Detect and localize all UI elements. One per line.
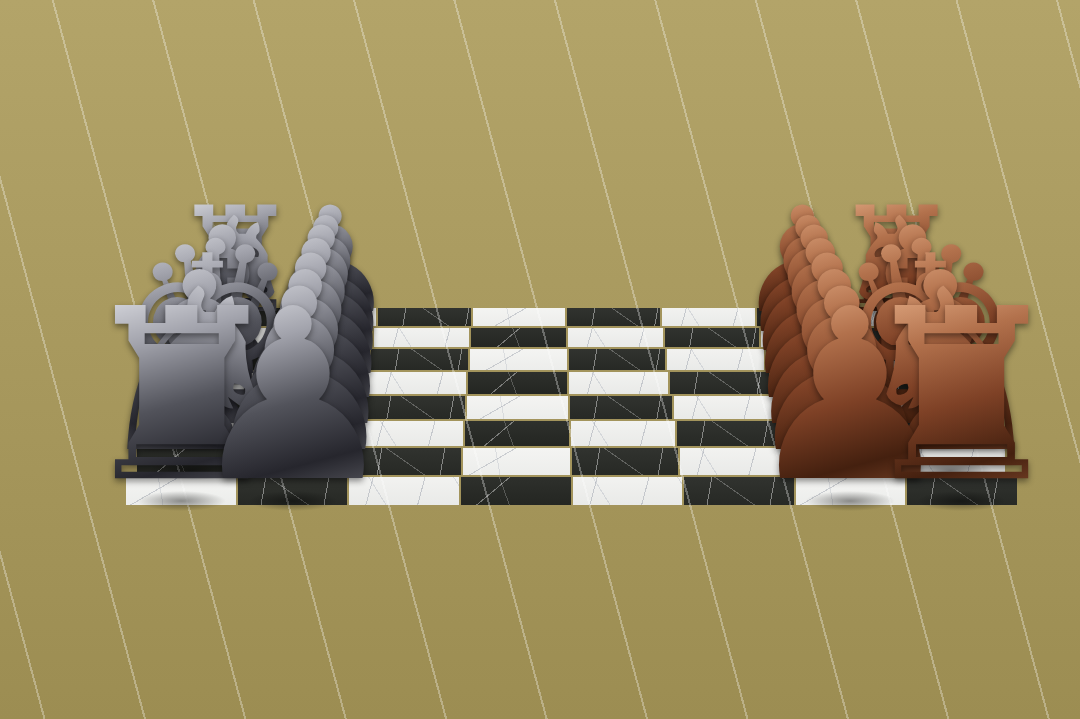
white-pawn-h2: ♟ xyxy=(187,278,399,515)
black-rook-h8: ♜ xyxy=(855,278,1067,515)
chess-set-photo: ♜♟♟♜♞♟♟♞♝♟♟♝♛♟♟♛♚♟♟♚♝♟♟♝♞♟♟♞♜♟♟♜ xyxy=(0,0,1080,719)
pieces-layer: ♜♟♟♜♞♟♟♞♝♟♟♝♛♟♟♛♚♟♟♚♝♟♟♝♞♟♟♞♜♟♟♜ xyxy=(0,0,1080,719)
